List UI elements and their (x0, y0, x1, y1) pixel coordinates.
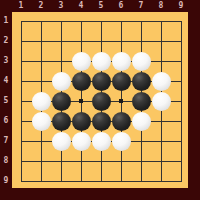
row-label-4: 4 (0, 76, 12, 86)
black-stone[interactable] (92, 72, 111, 91)
black-stone[interactable] (92, 92, 111, 111)
row-label-7: 7 (0, 136, 12, 146)
column-label-8: 8 (155, 1, 167, 11)
row-label-3: 3 (0, 56, 12, 66)
black-stone[interactable] (132, 72, 151, 91)
white-stone[interactable] (32, 112, 51, 131)
row-label-5: 5 (0, 96, 12, 106)
go-board[interactable] (12, 12, 188, 188)
column-label-1: 1 (15, 1, 27, 11)
row-label-6: 6 (0, 116, 12, 126)
white-stone[interactable] (152, 92, 171, 111)
column-label-9: 9 (175, 1, 187, 11)
row-label-8: 8 (0, 156, 12, 166)
white-stone[interactable] (52, 132, 71, 151)
white-stone[interactable] (112, 52, 131, 71)
column-label-6: 6 (115, 1, 127, 11)
eye-marker (119, 99, 123, 103)
black-stone[interactable] (52, 92, 71, 111)
black-stone[interactable] (112, 112, 131, 131)
white-stone[interactable] (152, 72, 171, 91)
row-label-1: 1 (0, 16, 12, 26)
grid-line-horizontal (21, 161, 182, 162)
white-stone[interactable] (112, 132, 131, 151)
white-stone[interactable] (92, 132, 111, 151)
go-app-window: 123456789 123456789 (0, 0, 200, 200)
white-stone[interactable] (72, 52, 91, 71)
grid-line-horizontal (21, 181, 182, 182)
white-stone[interactable] (132, 112, 151, 131)
column-label-7: 7 (135, 1, 147, 11)
white-stone[interactable] (52, 72, 71, 91)
black-stone[interactable] (52, 112, 71, 131)
grid-line-vertical (181, 21, 182, 182)
white-stone[interactable] (72, 132, 91, 151)
black-stone[interactable] (132, 92, 151, 111)
black-stone[interactable] (92, 112, 111, 131)
black-stone[interactable] (112, 72, 131, 91)
row-label-9: 9 (0, 176, 12, 186)
black-stone[interactable] (72, 112, 91, 131)
white-stone[interactable] (132, 52, 151, 71)
column-label-4: 4 (75, 1, 87, 11)
column-label-2: 2 (35, 1, 47, 11)
column-label-3: 3 (55, 1, 67, 11)
black-stone[interactable] (72, 72, 91, 91)
column-label-5: 5 (95, 1, 107, 11)
eye-marker (79, 99, 83, 103)
white-stone[interactable] (32, 92, 51, 111)
white-stone[interactable] (92, 52, 111, 71)
row-label-2: 2 (0, 36, 12, 46)
